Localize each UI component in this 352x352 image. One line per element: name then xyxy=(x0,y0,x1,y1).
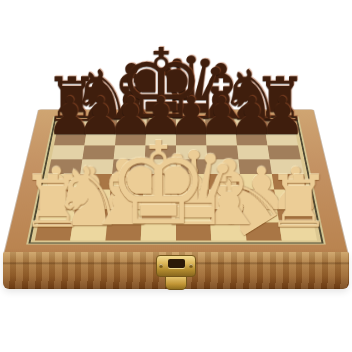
chess-set-photo: ♜♞♝♚♛♝♞♜♟♟♟♟♟♟♟♟♟♟♟♟♟♟♟♟♜♞♝♚♛♝♞♜ xyxy=(0,0,352,352)
piece-light-king[interactable]: ♚ xyxy=(107,127,209,241)
chess-board: ♜♞♝♚♛♝♞♜♟♟♟♟♟♟♟♟♟♟♟♟♟♟♟♟♜♞♝♚♛♝♞♜ xyxy=(4,110,348,255)
piece-dark-pawn[interactable]: ♟ xyxy=(259,90,306,142)
brass-latch[interactable] xyxy=(153,255,199,293)
board-border: ♜♞♝♚♛♝♞♜♟♟♟♟♟♟♟♟♟♟♟♟♟♟♟♟♜♞♝♚♛♝♞♜ xyxy=(28,117,323,243)
latch-tab-icon xyxy=(165,276,187,290)
board-grid: ♜♞♝♚♛♝♞♜♟♟♟♟♟♟♟♟♟♟♟♟♟♟♟♟♜♞♝♚♛♝♞♜ xyxy=(35,119,317,240)
square-d1[interactable]: ♚ xyxy=(141,223,176,241)
square-h7[interactable]: ♟ xyxy=(266,132,299,145)
latch-slot-icon xyxy=(168,259,185,268)
